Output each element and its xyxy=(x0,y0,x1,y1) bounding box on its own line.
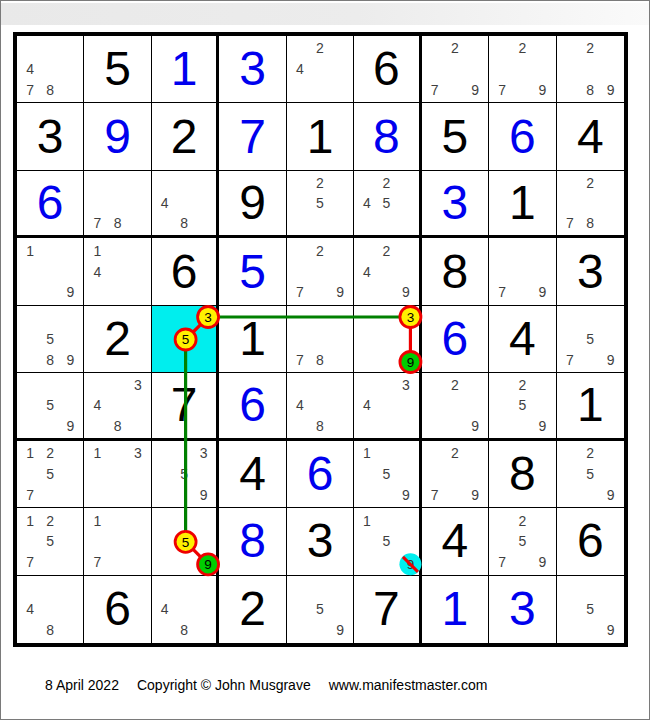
pencil-marks: 15 xyxy=(354,508,418,574)
cell-r8c9[interactable]: 6 xyxy=(557,508,624,575)
pencil-marks: 19 xyxy=(17,238,83,304)
cell-r5c7[interactable]: 6 xyxy=(422,306,489,373)
candidate-1: 1 xyxy=(20,443,40,464)
cell-r1c5[interactable]: 24 xyxy=(287,36,354,103)
pencil-marks: 78 xyxy=(84,171,150,235)
pencil-marks: 259 xyxy=(557,441,624,507)
candidate-2: 2 xyxy=(445,38,465,59)
candidate-1: 1 xyxy=(87,443,107,464)
candidate-9: 9 xyxy=(60,282,80,303)
candidate-9: 9 xyxy=(60,349,80,370)
pencil-marks: 279 xyxy=(489,36,555,102)
cell-r3c7[interactable]: 3 xyxy=(422,171,489,238)
pencil-marks: 29 xyxy=(422,373,488,437)
cell-r7c6[interactable]: 159 xyxy=(354,441,421,508)
cell-r2c3[interactable]: 2 xyxy=(152,103,219,170)
candidate-4: 4 xyxy=(357,261,376,282)
candidate-5: 5 xyxy=(310,599,330,620)
cell-r4c9[interactable]: 3 xyxy=(557,238,624,305)
candidate-4: 4 xyxy=(20,59,40,80)
cell-r3c2[interactable]: 78 xyxy=(84,171,151,238)
cell-r6c3[interactable]: 7 xyxy=(152,373,219,440)
footer: 8 April 2022Copyright © John Musgravewww… xyxy=(45,677,505,693)
candidate-9: 9 xyxy=(396,484,415,505)
candidate-2: 2 xyxy=(580,38,600,59)
cell-r8c7[interactable]: 4 xyxy=(422,508,489,575)
solved-digit: 6 xyxy=(287,441,353,507)
cell-r1c3[interactable]: 1 xyxy=(152,36,219,103)
candidate-7: 7 xyxy=(87,552,107,573)
cell-r5c5[interactable]: 78 xyxy=(287,306,354,373)
cell-r9c9[interactable]: 59 xyxy=(557,576,624,643)
candidate-5: 5 xyxy=(377,463,396,484)
cell-r5c9[interactable]: 579 xyxy=(557,306,624,373)
cell-r1c7[interactable]: 279 xyxy=(422,36,489,103)
candidate-2: 2 xyxy=(580,173,600,193)
cell-r5c6[interactable] xyxy=(354,306,421,373)
solved-digit: 3 xyxy=(219,36,285,102)
pencil-marks: 1257 xyxy=(17,441,83,507)
candidate-3: 3 xyxy=(396,375,415,395)
candidate-9: 9 xyxy=(601,349,621,370)
solved-digit: 4 xyxy=(489,306,555,372)
candidate-2: 2 xyxy=(377,173,396,193)
candidate-8: 8 xyxy=(174,620,193,641)
candidate-2: 2 xyxy=(512,38,532,59)
footer-date: 8 April 2022 xyxy=(45,677,119,693)
pencil-marks: 359 xyxy=(152,441,216,507)
pencil-marks xyxy=(152,306,216,372)
cell-r8c8[interactable]: 2579 xyxy=(489,508,556,575)
candidate-8: 8 xyxy=(580,80,600,101)
cell-r6c4[interactable]: 6 xyxy=(219,373,286,440)
candidate-1: 1 xyxy=(20,240,40,261)
candidate-9: 9 xyxy=(465,484,485,505)
solved-digit: 6 xyxy=(422,306,488,372)
cell-r7c5[interactable]: 6 xyxy=(287,441,354,508)
candidate-9: 9 xyxy=(465,416,485,436)
candidate-5: 5 xyxy=(40,463,60,484)
solved-digit: 4 xyxy=(422,508,488,574)
pencil-marks: 279 xyxy=(287,238,353,304)
solved-digit: 6 xyxy=(354,36,418,102)
candidate-9: 9 xyxy=(194,484,213,505)
cell-r7c7[interactable]: 279 xyxy=(422,441,489,508)
candidate-9: 9 xyxy=(532,80,552,101)
cell-r7c8[interactable]: 8 xyxy=(489,441,556,508)
solved-digit: 2 xyxy=(219,576,285,643)
pencil-marks: 478 xyxy=(17,36,83,102)
candidate-7: 7 xyxy=(560,349,580,370)
pencil-marks: 159 xyxy=(354,441,418,507)
solved-digit: 9 xyxy=(219,171,285,235)
solved-digit: 6 xyxy=(84,576,150,643)
candidate-3: 3 xyxy=(194,443,213,464)
candidate-9: 9 xyxy=(601,80,621,101)
pencil-marks: 1257 xyxy=(17,508,83,574)
cell-r6c9[interactable]: 1 xyxy=(557,373,624,440)
cell-r6c7[interactable]: 29 xyxy=(422,373,489,440)
solved-digit: 3 xyxy=(489,576,555,643)
solved-digit: 1 xyxy=(422,576,488,643)
cell-r9c1[interactable]: 48 xyxy=(17,576,84,643)
pencil-marks: 17 xyxy=(84,508,150,574)
solved-digit: 8 xyxy=(354,103,418,169)
candidate-1: 1 xyxy=(87,510,107,531)
cell-r8c1[interactable]: 1257 xyxy=(17,508,84,575)
pencil-marks: 348 xyxy=(84,373,150,437)
page: 4785132462792792893927185646784892524531… xyxy=(0,0,650,720)
cell-r8c5[interactable]: 3 xyxy=(287,508,354,575)
candidate-3: 3 xyxy=(128,443,148,464)
candidate-8: 8 xyxy=(40,620,60,641)
pencil-marks: 59 xyxy=(557,576,624,643)
cell-r6c1[interactable]: 59 xyxy=(17,373,84,440)
candidate-2: 2 xyxy=(310,240,330,261)
candidate-9: 9 xyxy=(532,282,552,303)
pencil-marks: 24 xyxy=(287,36,353,102)
candidate-2: 2 xyxy=(310,38,330,59)
candidate-4: 4 xyxy=(155,193,174,213)
pencil-marks: 278 xyxy=(557,171,624,235)
cell-r4c8[interactable]: 79 xyxy=(489,238,556,305)
candidate-7: 7 xyxy=(492,282,512,303)
cell-r2c8[interactable]: 6 xyxy=(489,103,556,170)
pencil-marks: 249 xyxy=(354,238,418,304)
cell-r8c6[interactable]: 15 xyxy=(354,508,421,575)
candidate-8: 8 xyxy=(108,213,128,233)
candidate-3: 3 xyxy=(128,375,148,395)
cell-r4c3[interactable]: 6 xyxy=(152,238,219,305)
solved-digit: 8 xyxy=(219,508,285,574)
candidate-7: 7 xyxy=(492,552,512,573)
candidate-9: 9 xyxy=(465,80,485,101)
cell-r9c5[interactable]: 59 xyxy=(287,576,354,643)
title-bar-strip xyxy=(1,3,649,25)
solved-digit: 6 xyxy=(219,373,285,437)
cell-r6c8[interactable]: 259 xyxy=(489,373,556,440)
cell-r3c5[interactable]: 25 xyxy=(287,171,354,238)
pencil-marks xyxy=(152,508,216,574)
pencil-marks: 245 xyxy=(354,171,418,235)
cell-r9c8[interactable]: 3 xyxy=(489,576,556,643)
cell-r5c4[interactable]: 1 xyxy=(219,306,286,373)
candidate-2: 2 xyxy=(445,443,465,464)
solved-digit: 1 xyxy=(557,373,624,437)
candidate-9: 9 xyxy=(60,416,80,436)
cell-r5c2[interactable]: 2 xyxy=(84,306,151,373)
cell-r1c1[interactable]: 478 xyxy=(17,36,84,103)
candidate-2: 2 xyxy=(40,510,60,531)
candidate-8: 8 xyxy=(174,213,193,233)
footer-copyright: Copyright © John Musgrave xyxy=(137,677,311,693)
solved-digit: 6 xyxy=(489,103,555,169)
cell-r7c3[interactable]: 359 xyxy=(152,441,219,508)
candidate-5: 5 xyxy=(580,599,600,620)
pencil-marks: 78 xyxy=(287,306,353,372)
candidate-8: 8 xyxy=(40,80,60,101)
candidate-2: 2 xyxy=(310,173,330,193)
candidate-9: 9 xyxy=(601,484,621,505)
candidate-5: 5 xyxy=(40,329,60,350)
solved-digit: 1 xyxy=(287,103,353,169)
candidate-9: 9 xyxy=(532,416,552,436)
pencil-marks xyxy=(354,306,418,372)
cell-r7c4[interactable]: 4 xyxy=(219,441,286,508)
solved-digit: 6 xyxy=(17,171,83,235)
pencil-marks: 34 xyxy=(354,373,418,437)
solved-digit: 8 xyxy=(422,238,488,304)
cell-r4c6[interactable]: 249 xyxy=(354,238,421,305)
cell-r3c1[interactable]: 6 xyxy=(17,171,84,238)
pencil-marks: 279 xyxy=(422,441,488,507)
cell-r9c4[interactable]: 2 xyxy=(219,576,286,643)
solved-digit: 7 xyxy=(219,103,285,169)
pencil-marks: 289 xyxy=(557,36,624,102)
footer-website: www.manifestmaster.com xyxy=(329,677,488,693)
sudoku-board: 4785132462792792893927185646784892524531… xyxy=(13,32,628,647)
solved-digit: 4 xyxy=(219,441,285,507)
candidate-4: 4 xyxy=(357,395,376,415)
candidate-8: 8 xyxy=(40,349,60,370)
cell-r9c7[interactable]: 1 xyxy=(422,576,489,643)
cell-r5c1[interactable]: 589 xyxy=(17,306,84,373)
cell-r2c2[interactable]: 9 xyxy=(84,103,151,170)
solved-digit: 5 xyxy=(219,238,285,304)
candidate-5: 5 xyxy=(512,395,532,415)
candidate-5: 5 xyxy=(377,193,396,213)
cell-r7c2[interactable]: 13 xyxy=(84,441,151,508)
pencil-marks: 279 xyxy=(422,36,488,102)
candidate-9: 9 xyxy=(396,282,415,303)
cell-r5c3[interactable] xyxy=(152,306,219,373)
solved-digit: 2 xyxy=(84,306,150,372)
cell-r3c9[interactable]: 278 xyxy=(557,171,624,238)
candidate-2: 2 xyxy=(40,443,60,464)
cell-r6c6[interactable]: 34 xyxy=(354,373,421,440)
candidate-5: 5 xyxy=(512,531,532,552)
solved-digit: 7 xyxy=(354,576,418,643)
solved-digit: 3 xyxy=(557,238,624,304)
cell-r4c7[interactable]: 8 xyxy=(422,238,489,305)
candidate-9: 9 xyxy=(330,282,350,303)
cell-r4c4[interactable]: 5 xyxy=(219,238,286,305)
candidate-8: 8 xyxy=(310,416,330,436)
candidate-7: 7 xyxy=(20,552,40,573)
solved-digit: 1 xyxy=(489,171,555,235)
candidate-8: 8 xyxy=(310,349,330,370)
candidate-9: 9 xyxy=(532,552,552,573)
candidate-2: 2 xyxy=(512,375,532,395)
solved-digit: 3 xyxy=(422,171,488,235)
cell-r2c6[interactable]: 8 xyxy=(354,103,421,170)
candidate-5: 5 xyxy=(377,531,396,552)
cell-r6c5[interactable]: 48 xyxy=(287,373,354,440)
candidate-7: 7 xyxy=(560,213,580,233)
cell-r1c4[interactable]: 3 xyxy=(219,36,286,103)
cell-r2c7[interactable]: 5 xyxy=(422,103,489,170)
candidate-4: 4 xyxy=(290,395,310,415)
cell-r4c1[interactable]: 19 xyxy=(17,238,84,305)
cell-r3c4[interactable]: 9 xyxy=(219,171,286,238)
candidate-9: 9 xyxy=(330,620,350,641)
candidate-8: 8 xyxy=(108,416,128,436)
pencil-marks: 25 xyxy=(287,171,353,235)
candidate-8: 8 xyxy=(580,213,600,233)
candidate-5: 5 xyxy=(580,463,600,484)
candidate-5: 5 xyxy=(40,531,60,552)
solved-digit: 3 xyxy=(17,103,83,169)
cell-r7c9[interactable]: 259 xyxy=(557,441,624,508)
candidate-5: 5 xyxy=(580,329,600,350)
candidate-7: 7 xyxy=(290,282,310,303)
solved-digit: 6 xyxy=(557,508,624,574)
cell-r8c3[interactable] xyxy=(152,508,219,575)
pencil-marks: 579 xyxy=(557,306,624,372)
pencil-marks: 59 xyxy=(17,373,83,437)
solved-digit: 1 xyxy=(219,306,285,372)
pencil-marks: 79 xyxy=(489,238,555,304)
solved-digit: 8 xyxy=(489,441,555,507)
solved-digit: 3 xyxy=(287,508,353,574)
candidate-5: 5 xyxy=(174,463,193,484)
candidate-5: 5 xyxy=(310,193,330,213)
pencil-marks: 59 xyxy=(287,576,353,643)
solved-digit: 2 xyxy=(152,103,216,169)
cell-r8c2[interactable]: 17 xyxy=(84,508,151,575)
cell-r9c2[interactable]: 6 xyxy=(84,576,151,643)
candidate-1: 1 xyxy=(87,240,107,261)
pencil-marks: 2579 xyxy=(489,508,555,574)
solved-digit: 1 xyxy=(152,36,216,102)
candidate-1: 1 xyxy=(20,510,40,531)
pencil-marks: 14 xyxy=(84,238,150,304)
cell-r1c8[interactable]: 279 xyxy=(489,36,556,103)
pencil-marks: 48 xyxy=(17,576,83,643)
cell-r5c8[interactable]: 4 xyxy=(489,306,556,373)
candidate-4: 4 xyxy=(87,261,107,282)
cell-r2c9[interactable]: 4 xyxy=(557,103,624,170)
solved-digit: 9 xyxy=(84,103,150,169)
candidate-7: 7 xyxy=(492,80,512,101)
candidate-7: 7 xyxy=(20,80,40,101)
candidate-2: 2 xyxy=(580,443,600,464)
pencil-marks: 13 xyxy=(84,441,150,507)
pencil-marks: 259 xyxy=(489,373,555,437)
pencil-marks: 48 xyxy=(287,373,353,437)
cell-r8c4[interactable]: 8 xyxy=(219,508,286,575)
candidate-7: 7 xyxy=(425,484,445,505)
solved-digit: 6 xyxy=(152,238,216,304)
candidate-7: 7 xyxy=(425,80,445,101)
candidate-7: 7 xyxy=(87,213,107,233)
cell-r4c5[interactable]: 279 xyxy=(287,238,354,305)
solved-digit: 7 xyxy=(152,373,216,437)
pencil-marks: 48 xyxy=(152,576,216,643)
cell-r9c6[interactable]: 7 xyxy=(354,576,421,643)
candidate-4: 4 xyxy=(290,59,310,80)
candidate-1: 1 xyxy=(357,443,376,464)
candidate-2: 2 xyxy=(512,510,532,531)
cell-r6c2[interactable]: 348 xyxy=(84,373,151,440)
cell-r9c3[interactable]: 48 xyxy=(152,576,219,643)
candidate-1: 1 xyxy=(357,510,376,531)
candidate-4: 4 xyxy=(20,599,40,620)
solved-digit: 5 xyxy=(84,36,150,102)
candidate-2: 2 xyxy=(377,240,396,261)
cell-r3c8[interactable]: 1 xyxy=(489,171,556,238)
candidate-4: 4 xyxy=(357,193,376,213)
cell-r2c5[interactable]: 1 xyxy=(287,103,354,170)
cell-r1c9[interactable]: 289 xyxy=(557,36,624,103)
cell-r2c4[interactable]: 7 xyxy=(219,103,286,170)
candidate-2: 2 xyxy=(445,375,465,395)
cell-r7c1[interactable]: 1257 xyxy=(17,441,84,508)
pencil-marks: 48 xyxy=(152,171,216,235)
solved-digit: 4 xyxy=(557,103,624,169)
cell-r3c3[interactable]: 48 xyxy=(152,171,219,238)
solved-digit: 5 xyxy=(422,103,488,169)
cell-r4c2[interactable]: 14 xyxy=(84,238,151,305)
candidate-4: 4 xyxy=(155,599,174,620)
candidate-7: 7 xyxy=(20,484,40,505)
cell-r3c6[interactable]: 245 xyxy=(354,171,421,238)
candidate-7: 7 xyxy=(290,349,310,370)
cell-r1c2[interactable]: 5 xyxy=(84,36,151,103)
candidate-4: 4 xyxy=(87,395,107,415)
pencil-marks: 589 xyxy=(17,306,83,372)
cell-r1c6[interactable]: 6 xyxy=(354,36,421,103)
candidate-9: 9 xyxy=(601,620,621,641)
cell-r2c1[interactable]: 3 xyxy=(17,103,84,170)
candidate-5: 5 xyxy=(40,395,60,415)
